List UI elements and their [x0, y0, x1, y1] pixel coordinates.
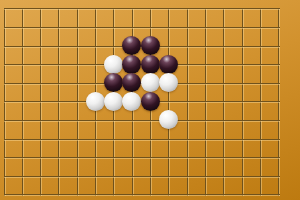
- white-stone: [159, 73, 178, 92]
- black-stone: [141, 55, 160, 74]
- white-stone: [159, 110, 178, 129]
- stones-layer: [0, 0, 300, 200]
- black-stone: [141, 36, 160, 55]
- black-stone: [122, 55, 141, 74]
- black-stone: [159, 55, 178, 74]
- white-stone: [104, 55, 123, 74]
- white-stone: [86, 92, 105, 111]
- gomoku-board[interactable]: [0, 0, 300, 200]
- white-stone: [141, 73, 160, 92]
- black-stone: [141, 92, 160, 111]
- white-stone: [104, 92, 123, 111]
- black-stone: [122, 73, 141, 92]
- black-stone: [104, 73, 123, 92]
- white-stone: [122, 92, 141, 111]
- black-stone: [122, 36, 141, 55]
